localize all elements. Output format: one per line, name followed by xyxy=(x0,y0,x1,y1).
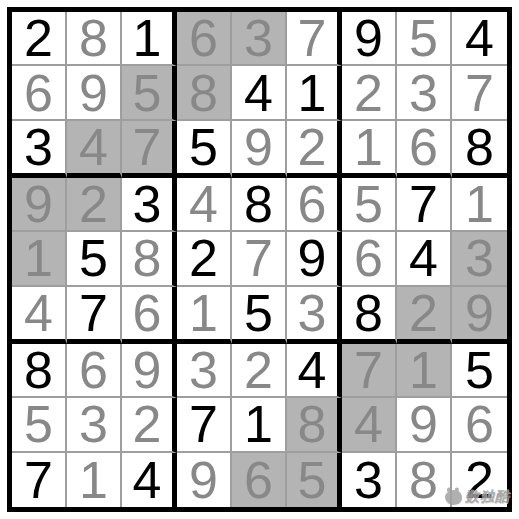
sudoku-cell-r9c6[interactable]: 5 xyxy=(287,453,342,507)
sudoku-cell-r6c5[interactable]: 5 xyxy=(232,287,287,344)
sudoku-page: 2816379546958412373475921689234865711582… xyxy=(0,0,519,519)
sudoku-cell-r6c3[interactable]: 6 xyxy=(122,287,177,344)
sudoku-cell-r4c3[interactable]: 3 xyxy=(122,178,177,232)
sudoku-cell-r7c6[interactable]: 4 xyxy=(287,344,342,398)
sudoku-cell-r1c5[interactable]: 3 xyxy=(232,12,287,66)
sudoku-cell-r5c1[interactable]: 1 xyxy=(12,232,67,286)
sudoku-cell-r7c1[interactable]: 8 xyxy=(12,344,67,398)
sudoku-cell-r2c1[interactable]: 6 xyxy=(12,66,67,120)
sudoku-cell-r4c8[interactable]: 7 xyxy=(397,178,452,232)
sudoku-cell-r4c5[interactable]: 8 xyxy=(232,178,287,232)
sudoku-cell-r3c8[interactable]: 6 xyxy=(397,121,452,178)
sudoku-cell-r5c6[interactable]: 9 xyxy=(287,232,342,286)
sudoku-cell-r3c5[interactable]: 9 xyxy=(232,121,287,178)
sudoku-cell-r5c4[interactable]: 2 xyxy=(177,232,232,286)
sudoku-cell-r4c2[interactable]: 2 xyxy=(67,178,122,232)
sudoku-cell-r5c2[interactable]: 5 xyxy=(67,232,122,286)
sudoku-cell-r4c9[interactable]: 1 xyxy=(452,178,507,232)
sudoku-cell-r9c8[interactable]: 8 xyxy=(397,453,452,507)
sudoku-cell-r9c2[interactable]: 1 xyxy=(67,453,122,507)
sudoku-cell-r2c9[interactable]: 7 xyxy=(452,66,507,120)
sudoku-cell-r2c2[interactable]: 9 xyxy=(67,66,122,120)
sudoku-cell-r3c9[interactable]: 8 xyxy=(452,121,507,178)
sudoku-cell-r1c6[interactable]: 7 xyxy=(287,12,342,66)
sudoku-cell-r6c9[interactable]: 9 xyxy=(452,287,507,344)
sudoku-cell-r2c4[interactable]: 8 xyxy=(177,66,232,120)
sudoku-cell-r9c1[interactable]: 7 xyxy=(12,453,67,507)
sudoku-cell-r3c7[interactable]: 1 xyxy=(342,121,397,178)
sudoku-cell-r3c4[interactable]: 5 xyxy=(177,121,232,178)
sudoku-cell-r2c3[interactable]: 5 xyxy=(122,66,177,120)
sudoku-cell-r8c9[interactable]: 6 xyxy=(452,398,507,452)
sudoku-cell-r6c4[interactable]: 1 xyxy=(177,287,232,344)
sudoku-cell-r1c4[interactable]: 6 xyxy=(177,12,232,66)
sudoku-cell-r2c8[interactable]: 3 xyxy=(397,66,452,120)
sudoku-cell-r4c7[interactable]: 5 xyxy=(342,178,397,232)
sudoku-cell-r6c1[interactable]: 4 xyxy=(12,287,67,344)
sudoku-cell-r8c8[interactable]: 9 xyxy=(397,398,452,452)
sudoku-cell-r3c6[interactable]: 2 xyxy=(287,121,342,178)
sudoku-cell-r5c7[interactable]: 6 xyxy=(342,232,397,286)
sudoku-board: 2816379546958412373475921689234865711582… xyxy=(7,7,512,512)
sudoku-cell-r1c7[interactable]: 9 xyxy=(342,12,397,66)
sudoku-cell-r8c6[interactable]: 8 xyxy=(287,398,342,452)
sudoku-cell-r8c7[interactable]: 4 xyxy=(342,398,397,452)
sudoku-cell-r3c1[interactable]: 3 xyxy=(12,121,67,178)
sudoku-cell-r7c4[interactable]: 3 xyxy=(177,344,232,398)
sudoku-cell-r1c1[interactable]: 2 xyxy=(12,12,67,66)
sudoku-cell-r9c9[interactable]: 2 xyxy=(452,453,507,507)
sudoku-cell-r2c6[interactable]: 1 xyxy=(287,66,342,120)
sudoku-cell-r7c5[interactable]: 2 xyxy=(232,344,287,398)
sudoku-cell-r5c3[interactable]: 8 xyxy=(122,232,177,286)
sudoku-cell-r6c2[interactable]: 7 xyxy=(67,287,122,344)
sudoku-cell-r5c9[interactable]: 3 xyxy=(452,232,507,286)
sudoku-cell-r7c8[interactable]: 1 xyxy=(397,344,452,398)
sudoku-cell-r4c1[interactable]: 9 xyxy=(12,178,67,232)
sudoku-cell-r9c5[interactable]: 6 xyxy=(232,453,287,507)
sudoku-cell-r8c3[interactable]: 2 xyxy=(122,398,177,452)
sudoku-cell-r1c2[interactable]: 8 xyxy=(67,12,122,66)
sudoku-cell-r6c8[interactable]: 2 xyxy=(397,287,452,344)
sudoku-cell-r7c2[interactable]: 6 xyxy=(67,344,122,398)
sudoku-cell-r3c3[interactable]: 7 xyxy=(122,121,177,178)
sudoku-cell-r8c1[interactable]: 5 xyxy=(12,398,67,452)
sudoku-cell-r6c6[interactable]: 3 xyxy=(287,287,342,344)
sudoku-cell-r9c3[interactable]: 4 xyxy=(122,453,177,507)
sudoku-cell-r1c3[interactable]: 1 xyxy=(122,12,177,66)
sudoku-cell-r9c4[interactable]: 9 xyxy=(177,453,232,507)
sudoku-cell-r2c5[interactable]: 4 xyxy=(232,66,287,120)
sudoku-cell-r1c9[interactable]: 4 xyxy=(452,12,507,66)
sudoku-cell-r8c5[interactable]: 1 xyxy=(232,398,287,452)
sudoku-cell-r5c8[interactable]: 4 xyxy=(397,232,452,286)
sudoku-cell-r9c7[interactable]: 3 xyxy=(342,453,397,507)
sudoku-cell-r7c7[interactable]: 7 xyxy=(342,344,397,398)
sudoku-cell-r5c5[interactable]: 7 xyxy=(232,232,287,286)
sudoku-cell-r2c7[interactable]: 2 xyxy=(342,66,397,120)
sudoku-cell-r8c2[interactable]: 3 xyxy=(67,398,122,452)
sudoku-cell-r7c9[interactable]: 5 xyxy=(452,344,507,398)
sudoku-cell-r4c4[interactable]: 4 xyxy=(177,178,232,232)
sudoku-cell-r7c3[interactable]: 9 xyxy=(122,344,177,398)
sudoku-cell-r8c4[interactable]: 7 xyxy=(177,398,232,452)
sudoku-cell-r6c7[interactable]: 8 xyxy=(342,287,397,344)
sudoku-cell-r4c6[interactable]: 6 xyxy=(287,178,342,232)
sudoku-cell-r1c8[interactable]: 5 xyxy=(397,12,452,66)
sudoku-cell-r3c2[interactable]: 4 xyxy=(67,121,122,178)
